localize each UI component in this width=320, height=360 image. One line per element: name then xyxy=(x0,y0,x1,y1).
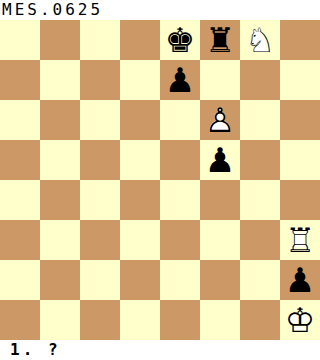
square-d3[interactable] xyxy=(120,220,160,260)
square-g4[interactable] xyxy=(240,180,280,220)
square-b8[interactable] xyxy=(40,20,80,60)
square-c8[interactable] xyxy=(80,20,120,60)
square-g8[interactable]: ♞♘ xyxy=(240,20,280,60)
square-b1[interactable] xyxy=(40,300,80,340)
square-b3[interactable] xyxy=(40,220,80,260)
square-c1[interactable] xyxy=(80,300,120,340)
square-f2[interactable] xyxy=(200,260,240,300)
square-c4[interactable] xyxy=(80,180,120,220)
move-prompt: 1. ? xyxy=(10,340,61,360)
square-b4[interactable] xyxy=(40,180,80,220)
square-b7[interactable] xyxy=(40,60,80,100)
square-a5[interactable] xyxy=(0,140,40,180)
piece-white-king: ♚♔ xyxy=(280,300,320,340)
square-e2[interactable] xyxy=(160,260,200,300)
square-d5[interactable] xyxy=(120,140,160,180)
square-b6[interactable] xyxy=(40,100,80,140)
square-c7[interactable] xyxy=(80,60,120,100)
square-g3[interactable] xyxy=(240,220,280,260)
square-e4[interactable] xyxy=(160,180,200,220)
square-h5[interactable] xyxy=(280,140,320,180)
square-d1[interactable] xyxy=(120,300,160,340)
square-c6[interactable] xyxy=(80,100,120,140)
square-c2[interactable] xyxy=(80,260,120,300)
diagram-title: MES.0625 xyxy=(2,0,103,20)
square-f6[interactable]: ♟♙ xyxy=(200,100,240,140)
square-f8[interactable]: ♜ xyxy=(200,20,240,60)
square-g5[interactable] xyxy=(240,140,280,180)
square-g7[interactable] xyxy=(240,60,280,100)
square-f5[interactable]: ♟ xyxy=(200,140,240,180)
piece-white-pawn: ♟♙ xyxy=(200,100,240,140)
piece-black-pawn: ♟ xyxy=(160,60,200,100)
square-e5[interactable] xyxy=(160,140,200,180)
square-h7[interactable] xyxy=(280,60,320,100)
square-h1[interactable]: ♚♔ xyxy=(280,300,320,340)
square-d6[interactable] xyxy=(120,100,160,140)
square-a8[interactable] xyxy=(0,20,40,60)
piece-black-pawn: ♟ xyxy=(280,260,320,300)
square-f7[interactable] xyxy=(200,60,240,100)
piece-black-pawn: ♟ xyxy=(200,140,240,180)
square-a6[interactable] xyxy=(0,100,40,140)
square-h8[interactable] xyxy=(280,20,320,60)
square-a7[interactable] xyxy=(0,60,40,100)
square-e1[interactable] xyxy=(160,300,200,340)
square-d4[interactable] xyxy=(120,180,160,220)
square-h2[interactable]: ♟ xyxy=(280,260,320,300)
square-d2[interactable] xyxy=(120,260,160,300)
square-h6[interactable] xyxy=(280,100,320,140)
square-e6[interactable] xyxy=(160,100,200,140)
square-c3[interactable] xyxy=(80,220,120,260)
square-f1[interactable] xyxy=(200,300,240,340)
square-g2[interactable] xyxy=(240,260,280,300)
piece-white-knight: ♞♘ xyxy=(240,20,280,60)
square-d7[interactable] xyxy=(120,60,160,100)
piece-white-rook: ♜♖ xyxy=(280,220,320,260)
piece-black-king: ♚ xyxy=(160,20,200,60)
square-b2[interactable] xyxy=(40,260,80,300)
square-a4[interactable] xyxy=(0,180,40,220)
square-e3[interactable] xyxy=(160,220,200,260)
square-a3[interactable] xyxy=(0,220,40,260)
square-c5[interactable] xyxy=(80,140,120,180)
square-a2[interactable] xyxy=(0,260,40,300)
square-b5[interactable] xyxy=(40,140,80,180)
square-e8[interactable]: ♚ xyxy=(160,20,200,60)
square-f3[interactable] xyxy=(200,220,240,260)
square-e7[interactable]: ♟ xyxy=(160,60,200,100)
piece-black-rook: ♜ xyxy=(200,20,240,60)
square-g6[interactable] xyxy=(240,100,280,140)
square-f4[interactable] xyxy=(200,180,240,220)
square-d8[interactable] xyxy=(120,20,160,60)
square-a1[interactable] xyxy=(0,300,40,340)
square-g1[interactable] xyxy=(240,300,280,340)
chess-board: ♚♜♞♘♟♟♙♟♜♖♟♚♔ xyxy=(0,20,320,340)
square-h3[interactable]: ♜♖ xyxy=(280,220,320,260)
square-h4[interactable] xyxy=(280,180,320,220)
